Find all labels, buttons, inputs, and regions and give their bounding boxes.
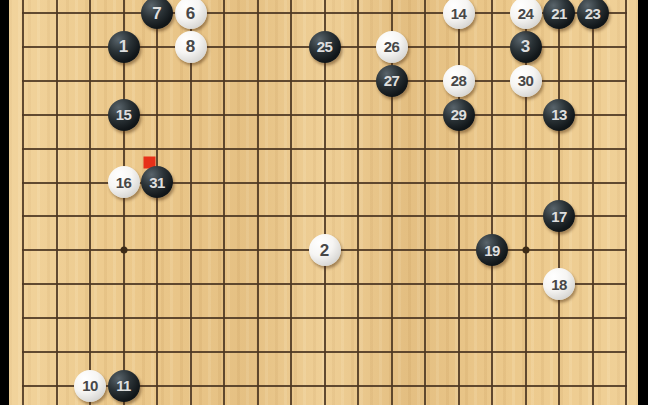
- stone-8-white-F16[interactable]: 8: [175, 31, 207, 63]
- stone-move-number: 21: [551, 5, 567, 20]
- go-game-frame: 1236781011131415161718192123242526272829…: [0, 0, 648, 405]
- stone-31-black-E12[interactable]: 31: [141, 166, 173, 198]
- stone-30-white-Q15[interactable]: 30: [510, 65, 542, 97]
- stone-14-white-O17[interactable]: 14: [443, 0, 475, 29]
- go-board[interactable]: 1236781011131415161718192123242526272829…: [9, 0, 638, 405]
- stone-2-white-K10[interactable]: 2: [309, 234, 341, 266]
- stone-11-black-D6[interactable]: 11: [108, 370, 140, 402]
- letterbox-left: [0, 0, 9, 405]
- stone-29-black-O14[interactable]: 29: [443, 99, 475, 131]
- stone-23-black-S17[interactable]: 23: [577, 0, 609, 29]
- stone-move-number: 6: [186, 4, 195, 21]
- stone-24-white-Q17[interactable]: 24: [510, 0, 542, 29]
- stone-move-number: 29: [451, 107, 467, 122]
- stone-move-number: 25: [317, 39, 333, 54]
- stone-move-number: 31: [149, 174, 165, 189]
- stone-move-number: 1: [119, 38, 128, 55]
- stone-move-number: 30: [518, 73, 534, 88]
- stone-7-black-E17[interactable]: 7: [141, 0, 173, 29]
- stone-21-black-R17[interactable]: 21: [543, 0, 575, 29]
- stone-25-black-K16[interactable]: 25: [309, 31, 341, 63]
- stone-26-white-M16[interactable]: 26: [376, 31, 408, 63]
- stone-move-number: 14: [451, 5, 467, 20]
- stone-3-black-Q16[interactable]: 3: [510, 31, 542, 63]
- stone-move-number: 10: [82, 378, 98, 393]
- stone-10-white-C6[interactable]: 10: [74, 370, 106, 402]
- stone-move-number: 7: [152, 4, 161, 21]
- stone-move-number: 8: [186, 38, 195, 55]
- stone-move-number: 15: [116, 107, 132, 122]
- stone-move-number: 28: [451, 73, 467, 88]
- stone-move-number: 19: [484, 242, 500, 257]
- stone-1-black-D16[interactable]: 1: [108, 31, 140, 63]
- stone-18-white-R9[interactable]: 18: [543, 268, 575, 300]
- stone-move-number: 2: [320, 241, 329, 258]
- stone-move-number: 18: [551, 276, 567, 291]
- stone-move-number: 24: [518, 5, 534, 20]
- stone-move-number: 11: [116, 378, 131, 393]
- stone-move-number: 26: [384, 39, 400, 54]
- stone-move-number: 17: [551, 208, 567, 223]
- stone-6-white-F17[interactable]: 6: [175, 0, 207, 29]
- letterbox-right: [638, 0, 648, 405]
- stone-15-black-D14[interactable]: 15: [108, 99, 140, 131]
- stones-layer: 1236781011131415161718192123242526272829…: [9, 0, 638, 403]
- stone-move-number: 27: [384, 73, 400, 88]
- stone-move-number: 23: [585, 5, 601, 20]
- stone-13-black-R14[interactable]: 13: [543, 99, 575, 131]
- stone-move-number: 13: [551, 107, 567, 122]
- stone-move-number: 16: [116, 174, 132, 189]
- stone-16-white-D12[interactable]: 16: [108, 166, 140, 198]
- stone-19-black-P10[interactable]: 19: [476, 234, 508, 266]
- stone-move-number: 3: [521, 38, 530, 55]
- stone-28-white-O15[interactable]: 28: [443, 65, 475, 97]
- stone-17-black-R11[interactable]: 17: [543, 200, 575, 232]
- stone-27-black-M15[interactable]: 27: [376, 65, 408, 97]
